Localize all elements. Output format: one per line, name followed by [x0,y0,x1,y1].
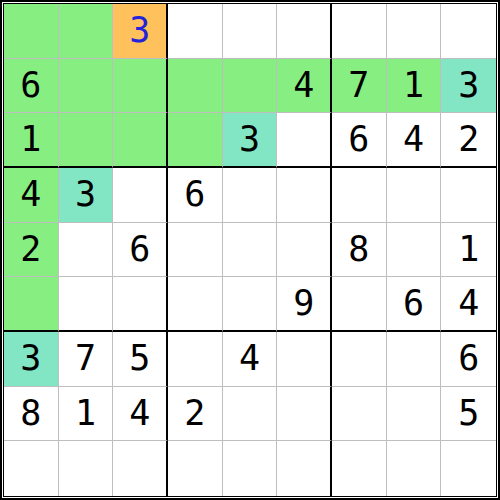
cell-r2c3[interactable] [113,59,168,114]
cell-r3c8[interactable]: 4 [387,113,442,168]
cell-r7c3[interactable]: 5 [113,332,168,387]
cell-r9c7[interactable] [332,441,387,496]
cell-r9c5[interactable] [223,441,278,496]
cell-r7c6[interactable] [277,332,332,387]
cell-r4c1[interactable]: 4 [4,168,59,223]
cell-r3c9[interactable]: 2 [441,113,496,168]
cell-r5c8[interactable] [387,223,442,278]
cell-r2c7[interactable]: 7 [332,59,387,114]
cell-r5c9[interactable]: 1 [441,223,496,278]
cell-r5c5[interactable] [223,223,278,278]
cell-r6c7[interactable] [332,277,387,332]
cell-r9c2[interactable] [59,441,114,496]
cell-r1c1[interactable] [4,4,59,59]
cell-r1c2[interactable] [59,4,114,59]
cell-r4c4[interactable]: 6 [168,168,223,223]
cell-r6c6[interactable]: 9 [277,277,332,332]
cell-r9c4[interactable] [168,441,223,496]
cell-r4c8[interactable] [387,168,442,223]
cell-r3c7[interactable]: 6 [332,113,387,168]
cell-r6c8[interactable]: 6 [387,277,442,332]
cell-r7c8[interactable] [387,332,442,387]
cell-r1c4[interactable] [168,4,223,59]
cell-r1c5[interactable] [223,4,278,59]
cell-r4c9[interactable] [441,168,496,223]
cell-r6c5[interactable] [223,277,278,332]
cell-r9c3[interactable] [113,441,168,496]
cell-r5c1[interactable]: 2 [4,223,59,278]
cell-r2c5[interactable] [223,59,278,114]
cell-r9c8[interactable] [387,441,442,496]
cell-r7c2[interactable]: 7 [59,332,114,387]
cell-r4c6[interactable] [277,168,332,223]
cell-r6c1[interactable] [4,277,59,332]
cell-r3c4[interactable] [168,113,223,168]
cell-r6c3[interactable] [113,277,168,332]
cell-r7c7[interactable] [332,332,387,387]
cell-r6c9[interactable]: 4 [441,277,496,332]
cell-r5c3[interactable]: 6 [113,223,168,278]
cell-r5c7[interactable]: 8 [332,223,387,278]
cell-r8c9[interactable]: 5 [441,387,496,442]
cell-r2c4[interactable] [168,59,223,114]
cell-r2c8[interactable]: 1 [387,59,442,114]
cell-r6c2[interactable] [59,277,114,332]
cell-r2c2[interactable] [59,59,114,114]
sudoku-board: 3647131364243626819643754681425 [0,0,500,500]
cell-r9c1[interactable] [4,441,59,496]
cell-r7c1[interactable]: 3 [4,332,59,387]
cell-r1c6[interactable] [277,4,332,59]
cell-r4c3[interactable] [113,168,168,223]
cell-r3c3[interactable] [113,113,168,168]
cell-r7c5[interactable]: 4 [223,332,278,387]
cell-r8c7[interactable] [332,387,387,442]
cell-r1c7[interactable] [332,4,387,59]
sudoku-grid: 3647131364243626819643754681425 [3,3,497,497]
cell-r4c2[interactable]: 3 [59,168,114,223]
cell-r1c3[interactable]: 3 [113,4,168,59]
cell-r3c1[interactable]: 1 [4,113,59,168]
cell-r5c6[interactable] [277,223,332,278]
cell-r2c6[interactable]: 4 [277,59,332,114]
cell-r8c6[interactable] [277,387,332,442]
cell-r3c5[interactable]: 3 [223,113,278,168]
cell-r8c2[interactable]: 1 [59,387,114,442]
cell-r8c4[interactable]: 2 [168,387,223,442]
cell-r6c4[interactable] [168,277,223,332]
cell-r3c2[interactable] [59,113,114,168]
cell-r9c9[interactable] [441,441,496,496]
cell-r1c9[interactable] [441,4,496,59]
cell-r5c2[interactable] [59,223,114,278]
cell-r9c6[interactable] [277,441,332,496]
cell-r5c4[interactable] [168,223,223,278]
cell-r7c9[interactable]: 6 [441,332,496,387]
cell-r2c9[interactable]: 3 [441,59,496,114]
cell-r1c8[interactable] [387,4,442,59]
cell-r2c1[interactable]: 6 [4,59,59,114]
cell-r3c6[interactable] [277,113,332,168]
cell-r4c5[interactable] [223,168,278,223]
cell-r8c8[interactable] [387,387,442,442]
cell-r8c1[interactable]: 8 [4,387,59,442]
cell-r8c5[interactable] [223,387,278,442]
cell-r7c4[interactable] [168,332,223,387]
cell-r4c7[interactable] [332,168,387,223]
cell-r8c3[interactable]: 4 [113,387,168,442]
